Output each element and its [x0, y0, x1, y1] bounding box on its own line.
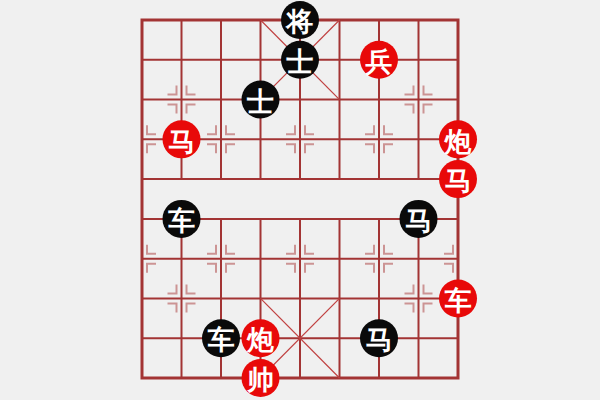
piece-red-general[interactable]: 帅: [242, 359, 280, 397]
piece-red-cannon[interactable]: 炮: [439, 120, 477, 158]
piece-black-horse[interactable]: 马: [400, 200, 438, 238]
piece-glyph-text: 士: [286, 47, 314, 77]
piece-glyph-text: 马: [366, 325, 393, 355]
piece-glyph-text: 将: [285, 7, 314, 37]
piece-glyph-text: 马: [405, 206, 432, 236]
piece-glyph-text: 帅: [246, 365, 274, 395]
piece-black-horse[interactable]: 马: [360, 319, 398, 357]
piece-black-chariot[interactable]: 车: [202, 319, 240, 357]
piece-glyph-text: 车: [168, 206, 195, 236]
piece-glyph-text: 马: [445, 166, 472, 196]
xiangqi-diagram: 将士兵士马炮马车马车车炮马帅: [0, 0, 600, 400]
piece-black-general[interactable]: 将: [281, 1, 319, 39]
piece-glyph-text: 车: [208, 325, 235, 355]
piece-glyph-text: 马: [168, 126, 195, 156]
piece-red-chariot[interactable]: 车: [439, 279, 477, 317]
piece-red-horse[interactable]: 马: [439, 160, 477, 198]
piece-glyph-text: 炮: [246, 325, 274, 355]
piece-glyph-text: 车: [445, 286, 472, 316]
piece-black-advisor[interactable]: 士: [281, 41, 319, 79]
piece-red-soldier[interactable]: 兵: [360, 41, 398, 79]
piece-black-advisor[interactable]: 士: [242, 81, 280, 119]
piece-red-cannon[interactable]: 炮: [242, 319, 280, 357]
piece-glyph-text: 炮: [444, 126, 472, 156]
piece-glyph-text: 兵: [365, 47, 393, 77]
xiangqi-board: 将士兵士马炮马车马车车炮马帅: [0, 0, 600, 400]
piece-red-horse[interactable]: 马: [163, 120, 201, 158]
piece-glyph-text: 士: [246, 87, 274, 117]
piece-black-chariot[interactable]: 车: [163, 200, 201, 238]
